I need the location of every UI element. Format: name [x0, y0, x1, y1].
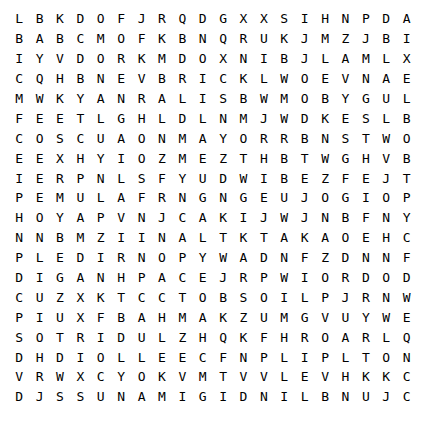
grid-cell[interactable]: U: [335, 307, 355, 327]
grid-cell[interactable]: I: [274, 387, 294, 407]
grid-cell[interactable]: N: [213, 108, 233, 128]
grid-cell[interactable]: U: [356, 387, 376, 407]
grid-cell[interactable]: B: [152, 69, 172, 89]
grid-cell[interactable]: I: [213, 387, 233, 407]
grid-cell[interactable]: N: [172, 188, 192, 208]
grid-cell[interactable]: L: [335, 347, 355, 367]
grid-cell[interactable]: B: [315, 89, 335, 109]
grid-cell[interactable]: I: [274, 287, 294, 307]
grid-cell[interactable]: E: [193, 148, 213, 168]
grid-cell[interactable]: E: [29, 168, 49, 188]
grid-cell[interactable]: P: [70, 168, 90, 188]
grid-cell[interactable]: Y: [50, 208, 70, 228]
grid-cell[interactable]: S: [50, 387, 70, 407]
grid-cell[interactable]: R: [111, 248, 131, 268]
grid-cell[interactable]: R: [152, 9, 172, 29]
grid-cell[interactable]: K: [233, 228, 253, 248]
grid-cell[interactable]: Z: [91, 228, 111, 248]
grid-cell[interactable]: N: [376, 287, 396, 307]
grid-cell[interactable]: A: [396, 9, 416, 29]
grid-cell[interactable]: T: [172, 287, 192, 307]
grid-cell[interactable]: D: [356, 268, 376, 288]
grid-cell[interactable]: W: [213, 248, 233, 268]
grid-cell[interactable]: Z: [335, 29, 355, 49]
grid-cell[interactable]: R: [29, 367, 49, 387]
grid-cell[interactable]: P: [254, 347, 274, 367]
grid-cell[interactable]: D: [70, 49, 90, 69]
grid-cell[interactable]: N: [152, 128, 172, 148]
grid-cell[interactable]: P: [356, 9, 376, 29]
grid-cell[interactable]: P: [315, 287, 335, 307]
grid-cell[interactable]: E: [152, 347, 172, 367]
grid-cell[interactable]: H: [254, 148, 274, 168]
grid-cell[interactable]: F: [131, 188, 151, 208]
grid-cell[interactable]: X: [396, 49, 416, 69]
grid-cell[interactable]: U: [50, 307, 70, 327]
grid-cell[interactable]: F: [213, 347, 233, 367]
grid-cell[interactable]: O: [91, 347, 111, 367]
grid-cell[interactable]: B: [213, 287, 233, 307]
grid-cell[interactable]: U: [254, 29, 274, 49]
grid-cell[interactable]: L: [274, 347, 294, 367]
grid-cell[interactable]: B: [233, 89, 253, 109]
grid-cell[interactable]: W: [50, 367, 70, 387]
grid-cell[interactable]: A: [111, 188, 131, 208]
grid-cell[interactable]: J: [294, 29, 314, 49]
grid-cell[interactable]: P: [9, 307, 29, 327]
grid-cell[interactable]: G: [111, 108, 131, 128]
grid-cell[interactable]: C: [131, 287, 151, 307]
grid-cell[interactable]: L: [111, 168, 131, 188]
grid-cell[interactable]: M: [274, 307, 294, 327]
grid-cell[interactable]: J: [294, 188, 314, 208]
grid-cell[interactable]: Y: [172, 168, 192, 188]
grid-cell[interactable]: A: [111, 128, 131, 148]
grid-cell[interactable]: K: [50, 9, 70, 29]
grid-cell[interactable]: A: [70, 268, 90, 288]
grid-cell[interactable]: E: [193, 268, 213, 288]
grid-cell[interactable]: Y: [356, 307, 376, 327]
grid-cell[interactable]: D: [70, 248, 90, 268]
grid-cell[interactable]: V: [376, 148, 396, 168]
grid-cell[interactable]: O: [131, 367, 151, 387]
grid-cell[interactable]: L: [152, 327, 172, 347]
grid-cell[interactable]: Y: [91, 148, 111, 168]
grid-cell[interactable]: U: [91, 128, 111, 148]
grid-cell[interactable]: V: [9, 367, 29, 387]
grid-cell[interactable]: O: [29, 208, 49, 228]
grid-cell[interactable]: E: [335, 108, 355, 128]
grid-cell[interactable]: Y: [193, 248, 213, 268]
grid-cell[interactable]: E: [396, 69, 416, 89]
grid-cell[interactable]: N: [29, 228, 49, 248]
grid-cell[interactable]: Z: [233, 307, 253, 327]
grid-cell[interactable]: E: [356, 228, 376, 248]
grid-cell[interactable]: C: [9, 128, 29, 148]
grid-cell[interactable]: A: [315, 228, 335, 248]
grid-cell[interactable]: V: [233, 367, 253, 387]
grid-cell[interactable]: O: [131, 148, 151, 168]
grid-cell[interactable]: I: [254, 49, 274, 69]
grid-cell[interactable]: E: [29, 108, 49, 128]
grid-cell[interactable]: D: [9, 387, 29, 407]
grid-cell[interactable]: N: [152, 228, 172, 248]
grid-cell[interactable]: T: [233, 148, 253, 168]
grid-cell[interactable]: N: [91, 168, 111, 188]
grid-cell[interactable]: O: [254, 287, 274, 307]
grid-cell[interactable]: E: [29, 188, 49, 208]
grid-cell[interactable]: D: [172, 108, 192, 128]
grid-cell[interactable]: M: [152, 387, 172, 407]
grid-cell[interactable]: M: [356, 49, 376, 69]
grid-cell[interactable]: Y: [70, 89, 90, 109]
grid-cell[interactable]: M: [152, 49, 172, 69]
grid-cell[interactable]: U: [131, 327, 151, 347]
grid-cell[interactable]: N: [233, 49, 253, 69]
grid-cell[interactable]: X: [70, 367, 90, 387]
grid-cell[interactable]: A: [335, 327, 355, 347]
grid-cell[interactable]: O: [193, 49, 213, 69]
grid-cell[interactable]: R: [50, 168, 70, 188]
grid-cell[interactable]: P: [254, 268, 274, 288]
grid-cell[interactable]: J: [131, 9, 151, 29]
grid-cell[interactable]: N: [213, 188, 233, 208]
grid-cell[interactable]: N: [193, 29, 213, 49]
grid-cell[interactable]: S: [356, 108, 376, 128]
grid-cell[interactable]: F: [91, 307, 111, 327]
grid-cell[interactable]: I: [111, 148, 131, 168]
grid-cell[interactable]: X: [233, 9, 253, 29]
grid-cell[interactable]: Y: [111, 367, 131, 387]
grid-cell[interactable]: D: [233, 387, 253, 407]
grid-cell[interactable]: E: [50, 108, 70, 128]
grid-cell[interactable]: C: [193, 347, 213, 367]
grid-cell[interactable]: M: [70, 228, 90, 248]
grid-cell[interactable]: L: [274, 367, 294, 387]
grid-cell[interactable]: R: [335, 268, 355, 288]
grid-cell[interactable]: E: [254, 188, 274, 208]
grid-cell[interactable]: E: [356, 168, 376, 188]
grid-cell[interactable]: K: [131, 49, 151, 69]
grid-cell[interactable]: B: [274, 148, 294, 168]
grid-cell[interactable]: T: [396, 168, 416, 188]
grid-cell[interactable]: M: [193, 367, 213, 387]
grid-cell[interactable]: X: [70, 307, 90, 327]
grid-cell[interactable]: A: [70, 208, 90, 228]
grid-cell[interactable]: I: [131, 228, 151, 248]
grid-cell[interactable]: E: [29, 148, 49, 168]
grid-cell[interactable]: N: [274, 248, 294, 268]
grid-cell[interactable]: D: [335, 248, 355, 268]
grid-cell[interactable]: J: [376, 168, 396, 188]
grid-cell[interactable]: L: [254, 69, 274, 89]
grid-cell[interactable]: N: [315, 208, 335, 228]
grid-cell[interactable]: R: [172, 69, 192, 89]
grid-cell[interactable]: W: [376, 307, 396, 327]
grid-cell[interactable]: V: [50, 49, 70, 69]
grid-cell[interactable]: L: [315, 49, 335, 69]
grid-cell[interactable]: H: [274, 327, 294, 347]
grid-cell[interactable]: L: [152, 108, 172, 128]
grid-cell[interactable]: H: [70, 148, 90, 168]
grid-cell[interactable]: D: [111, 327, 131, 347]
grid-cell[interactable]: C: [396, 367, 416, 387]
grid-cell[interactable]: J: [254, 208, 274, 228]
grid-cell[interactable]: A: [335, 49, 355, 69]
grid-cell[interactable]: Q: [172, 9, 192, 29]
grid-cell[interactable]: T: [111, 287, 131, 307]
grid-cell[interactable]: B: [172, 29, 192, 49]
grid-cell[interactable]: W: [274, 69, 294, 89]
grid-cell[interactable]: I: [294, 9, 314, 29]
grid-cell[interactable]: U: [274, 188, 294, 208]
grid-cell[interactable]: W: [376, 128, 396, 148]
grid-cell[interactable]: A: [193, 208, 213, 228]
grid-cell[interactable]: L: [91, 188, 111, 208]
grid-cell[interactable]: H: [9, 208, 29, 228]
grid-cell[interactable]: R: [233, 268, 253, 288]
grid-cell[interactable]: W: [233, 168, 253, 188]
grid-cell[interactable]: P: [131, 268, 151, 288]
grid-cell[interactable]: K: [356, 367, 376, 387]
grid-cell[interactable]: Q: [213, 327, 233, 347]
grid-cell[interactable]: N: [91, 69, 111, 89]
grid-cell[interactable]: I: [294, 347, 314, 367]
grid-cell[interactable]: T: [213, 367, 233, 387]
grid-cell[interactable]: G: [335, 148, 355, 168]
grid-cell[interactable]: Y: [396, 208, 416, 228]
grid-cell[interactable]: A: [131, 387, 151, 407]
grid-cell[interactable]: V: [254, 367, 274, 387]
grid-cell[interactable]: B: [50, 29, 70, 49]
grid-cell[interactable]: F: [254, 327, 274, 347]
grid-cell[interactable]: U: [70, 188, 90, 208]
grid-cell[interactable]: C: [152, 287, 172, 307]
grid-cell[interactable]: J: [294, 49, 314, 69]
grid-cell[interactable]: N: [335, 387, 355, 407]
grid-cell[interactable]: U: [193, 168, 213, 188]
grid-cell[interactable]: I: [294, 268, 314, 288]
grid-cell[interactable]: C: [91, 367, 111, 387]
grid-cell[interactable]: V: [131, 69, 151, 89]
grid-cell[interactable]: J: [335, 287, 355, 307]
grid-cell[interactable]: N: [376, 208, 396, 228]
grid-cell[interactable]: I: [9, 49, 29, 69]
grid-cell[interactable]: O: [29, 128, 49, 148]
grid-cell[interactable]: D: [376, 9, 396, 29]
grid-cell[interactable]: P: [9, 248, 29, 268]
grid-cell[interactable]: B: [29, 9, 49, 29]
grid-cell[interactable]: I: [254, 168, 274, 188]
grid-cell[interactable]: W: [274, 268, 294, 288]
grid-cell[interactable]: R: [294, 327, 314, 347]
grid-cell[interactable]: O: [91, 49, 111, 69]
grid-cell[interactable]: K: [91, 287, 111, 307]
grid-cell[interactable]: S: [274, 9, 294, 29]
grid-cell[interactable]: B: [50, 228, 70, 248]
grid-cell[interactable]: K: [315, 108, 335, 128]
grid-cell[interactable]: A: [233, 248, 253, 268]
grid-cell[interactable]: G: [213, 9, 233, 29]
grid-cell[interactable]: A: [131, 307, 151, 327]
grid-cell[interactable]: X: [50, 148, 70, 168]
grid-cell[interactable]: G: [193, 188, 213, 208]
grid-cell[interactable]: M: [9, 89, 29, 109]
grid-cell[interactable]: Y: [29, 49, 49, 69]
grid-cell[interactable]: O: [193, 287, 213, 307]
grid-cell[interactable]: I: [193, 69, 213, 89]
grid-cell[interactable]: J: [213, 268, 233, 288]
grid-cell[interactable]: P: [172, 248, 192, 268]
grid-cell[interactable]: A: [29, 29, 49, 49]
grid-cell[interactable]: N: [111, 89, 131, 109]
grid-cell[interactable]: H: [29, 347, 49, 367]
grid-cell[interactable]: P: [9, 188, 29, 208]
grid-cell[interactable]: L: [294, 287, 314, 307]
grid-cell[interactable]: Q: [396, 327, 416, 347]
grid-cell[interactable]: M: [50, 188, 70, 208]
grid-cell[interactable]: O: [233, 128, 253, 148]
grid-cell[interactable]: B: [9, 29, 29, 49]
grid-cell[interactable]: Y: [335, 89, 355, 109]
grid-cell[interactable]: P: [91, 208, 111, 228]
grid-cell[interactable]: O: [376, 268, 396, 288]
grid-cell[interactable]: O: [91, 9, 111, 29]
grid-cell[interactable]: L: [111, 347, 131, 367]
grid-cell[interactable]: R: [274, 128, 294, 148]
grid-cell[interactable]: N: [233, 347, 253, 367]
grid-cell[interactable]: B: [376, 29, 396, 49]
grid-cell[interactable]: A: [274, 228, 294, 248]
grid-cell[interactable]: H: [193, 327, 213, 347]
grid-cell[interactable]: B: [70, 69, 90, 89]
grid-cell[interactable]: K: [294, 228, 314, 248]
grid-cell[interactable]: I: [193, 89, 213, 109]
grid-cell[interactable]: S: [233, 287, 253, 307]
grid-cell[interactable]: G: [335, 188, 355, 208]
grid-cell[interactable]: H: [111, 268, 131, 288]
grid-cell[interactable]: O: [315, 268, 335, 288]
grid-cell[interactable]: D: [9, 268, 29, 288]
grid-cell[interactable]: R: [152, 188, 172, 208]
grid-cell[interactable]: W: [396, 287, 416, 307]
grid-cell[interactable]: W: [274, 108, 294, 128]
grid-cell[interactable]: I: [172, 387, 192, 407]
grid-cell[interactable]: D: [213, 168, 233, 188]
grid-cell[interactable]: L: [376, 108, 396, 128]
grid-cell[interactable]: T: [356, 128, 376, 148]
grid-cell[interactable]: L: [294, 387, 314, 407]
grid-cell[interactable]: H: [376, 228, 396, 248]
grid-cell[interactable]: I: [396, 29, 416, 49]
grid-cell[interactable]: C: [9, 69, 29, 89]
grid-cell[interactable]: M: [315, 29, 335, 49]
grid-cell[interactable]: D: [294, 108, 314, 128]
grid-cell[interactable]: G: [193, 387, 213, 407]
grid-cell[interactable]: J: [376, 387, 396, 407]
grid-cell[interactable]: O: [376, 188, 396, 208]
grid-cell[interactable]: Z: [315, 248, 335, 268]
grid-cell[interactable]: A: [152, 89, 172, 109]
grid-cell[interactable]: O: [294, 89, 314, 109]
grid-cell[interactable]: L: [9, 9, 29, 29]
grid-cell[interactable]: S: [70, 387, 90, 407]
grid-cell[interactable]: Y: [213, 128, 233, 148]
grid-cell[interactable]: J: [254, 108, 274, 128]
grid-cell[interactable]: V: [315, 307, 335, 327]
grid-cell[interactable]: D: [70, 9, 90, 29]
grid-cell[interactable]: I: [91, 327, 111, 347]
grid-cell[interactable]: R: [254, 128, 274, 148]
grid-cell[interactable]: N: [9, 228, 29, 248]
grid-cell[interactable]: I: [29, 268, 49, 288]
grid-cell[interactable]: F: [356, 208, 376, 228]
grid-cell[interactable]: Z: [50, 287, 70, 307]
grid-cell[interactable]: R: [70, 327, 90, 347]
grid-cell[interactable]: Z: [315, 168, 335, 188]
grid-cell[interactable]: P: [396, 188, 416, 208]
grid-cell[interactable]: O: [396, 128, 416, 148]
grid-cell[interactable]: F: [9, 108, 29, 128]
grid-cell[interactable]: M: [172, 128, 192, 148]
grid-cell[interactable]: C: [70, 128, 90, 148]
grid-cell[interactable]: C: [9, 287, 29, 307]
grid-cell[interactable]: O: [131, 128, 151, 148]
grid-cell[interactable]: K: [152, 29, 172, 49]
grid-cell[interactable]: E: [50, 248, 70, 268]
grid-cell[interactable]: R: [356, 287, 376, 307]
grid-cell[interactable]: N: [254, 387, 274, 407]
grid-cell[interactable]: E: [396, 307, 416, 327]
grid-cell[interactable]: K: [152, 367, 172, 387]
grid-cell[interactable]: L: [376, 49, 396, 69]
grid-cell[interactable]: H: [315, 9, 335, 29]
grid-cell[interactable]: C: [213, 69, 233, 89]
grid-cell[interactable]: N: [131, 208, 151, 228]
grid-cell[interactable]: B: [315, 387, 335, 407]
grid-cell[interactable]: F: [152, 168, 172, 188]
grid-cell[interactable]: E: [172, 347, 192, 367]
grid-cell[interactable]: R: [111, 49, 131, 69]
grid-cell[interactable]: N: [356, 69, 376, 89]
grid-cell[interactable]: D: [50, 347, 70, 367]
grid-cell[interactable]: O: [294, 69, 314, 89]
grid-cell[interactable]: O: [111, 29, 131, 49]
grid-cell[interactable]: A: [152, 268, 172, 288]
grid-cell[interactable]: A: [172, 228, 192, 248]
grid-cell[interactable]: G: [356, 89, 376, 109]
grid-cell[interactable]: J: [29, 387, 49, 407]
grid-cell[interactable]: H: [131, 108, 151, 128]
grid-cell[interactable]: B: [294, 128, 314, 148]
grid-cell[interactable]: D: [193, 9, 213, 29]
grid-cell[interactable]: U: [29, 287, 49, 307]
grid-cell[interactable]: H: [356, 148, 376, 168]
grid-cell[interactable]: N: [356, 248, 376, 268]
grid-cell[interactable]: D: [254, 248, 274, 268]
grid-cell[interactable]: O: [335, 228, 355, 248]
grid-cell[interactable]: W: [29, 89, 49, 109]
grid-cell[interactable]: T: [254, 228, 274, 248]
grid-cell[interactable]: R: [233, 29, 253, 49]
grid-cell[interactable]: M: [274, 89, 294, 109]
grid-cell[interactable]: X: [70, 287, 90, 307]
grid-cell[interactable]: L: [131, 347, 151, 367]
grid-cell[interactable]: U: [91, 387, 111, 407]
grid-cell[interactable]: Z: [172, 327, 192, 347]
grid-cell[interactable]: I: [233, 208, 253, 228]
grid-cell[interactable]: N: [131, 248, 151, 268]
